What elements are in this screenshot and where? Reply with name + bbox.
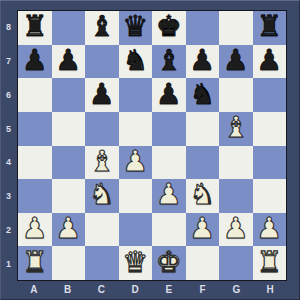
square-b5[interactable] <box>52 112 86 146</box>
square-c2[interactable] <box>85 213 119 247</box>
square-d8[interactable]: ♛ <box>119 11 153 45</box>
rank-label-2: 2 <box>0 213 17 247</box>
square-a4[interactable] <box>18 146 52 180</box>
rank-label-6: 6 <box>0 78 17 112</box>
chess-board: ♜♝♛♚♜♟♟♞♝♟♟♟♟♟♞♝♝♟♞♟♞♟♟♟♟♟♜♛♚♜ <box>17 10 287 281</box>
white-pawn-piece: ♟ <box>156 180 182 209</box>
black-pawn-piece: ♟ <box>55 46 81 75</box>
square-b3[interactable] <box>52 179 86 213</box>
white-queen-piece: ♛ <box>122 248 148 277</box>
square-g5[interactable]: ♝ <box>219 112 253 146</box>
square-b7[interactable]: ♟ <box>52 45 86 79</box>
square-f7[interactable]: ♟ <box>186 45 220 79</box>
square-e5[interactable] <box>152 112 186 146</box>
square-c7[interactable] <box>85 45 119 79</box>
rank-labels: 87654321 <box>0 10 17 281</box>
white-pawn-piece: ♟ <box>55 214 81 243</box>
square-g2[interactable]: ♟ <box>219 213 253 247</box>
black-pawn-piece: ♟ <box>22 46 48 75</box>
black-pawn-piece: ♟ <box>256 46 282 75</box>
white-pawn-piece: ♟ <box>189 214 215 243</box>
rank-label-3: 3 <box>0 179 17 213</box>
chess-board-frame: ♜♝♛♚♜♟♟♞♝♟♟♟♟♟♞♝♝♟♞♟♞♟♟♟♟♟♜♛♚♜ 87654321 … <box>0 0 300 300</box>
square-g3[interactable] <box>219 179 253 213</box>
square-e1[interactable]: ♚ <box>152 246 186 280</box>
square-b1[interactable] <box>52 246 86 280</box>
black-pawn-piece: ♟ <box>156 80 182 109</box>
square-f6[interactable]: ♞ <box>186 78 220 112</box>
square-e2[interactable] <box>152 213 186 247</box>
square-e4[interactable] <box>152 146 186 180</box>
square-h7[interactable]: ♟ <box>253 45 287 79</box>
square-a7[interactable]: ♟ <box>18 45 52 79</box>
square-f2[interactable]: ♟ <box>186 213 220 247</box>
square-e7[interactable]: ♝ <box>152 45 186 79</box>
square-f3[interactable]: ♞ <box>186 179 220 213</box>
square-e6[interactable]: ♟ <box>152 78 186 112</box>
white-bishop-piece: ♝ <box>89 147 115 176</box>
square-a2[interactable]: ♟ <box>18 213 52 247</box>
square-g7[interactable]: ♟ <box>219 45 253 79</box>
square-b8[interactable] <box>52 11 86 45</box>
square-d3[interactable] <box>119 179 153 213</box>
black-queen-piece: ♛ <box>122 12 148 41</box>
rank-label-1: 1 <box>0 247 17 281</box>
black-pawn-piece: ♟ <box>89 80 115 109</box>
white-king-piece: ♚ <box>156 248 182 277</box>
file-label-b: B <box>51 281 85 300</box>
black-knight-piece: ♞ <box>189 80 215 109</box>
white-pawn-piece: ♟ <box>223 214 249 243</box>
square-c3[interactable]: ♞ <box>85 179 119 213</box>
file-label-d: D <box>118 281 152 300</box>
black-knight-piece: ♞ <box>122 46 148 75</box>
white-rook-piece: ♜ <box>22 248 48 277</box>
file-labels: ABCDEFGH <box>17 281 287 300</box>
white-knight-piece: ♞ <box>189 180 215 209</box>
square-d1[interactable]: ♛ <box>119 246 153 280</box>
square-a6[interactable] <box>18 78 52 112</box>
square-h5[interactable] <box>253 112 287 146</box>
black-king-piece: ♚ <box>156 12 182 41</box>
square-e8[interactable]: ♚ <box>152 11 186 45</box>
rank-label-8: 8 <box>0 10 17 44</box>
square-g8[interactable] <box>219 11 253 45</box>
rank-label-7: 7 <box>0 44 17 78</box>
square-g1[interactable] <box>219 246 253 280</box>
white-pawn-piece: ♟ <box>22 214 48 243</box>
file-label-g: G <box>220 281 254 300</box>
square-h2[interactable]: ♟ <box>253 213 287 247</box>
white-bishop-piece: ♝ <box>223 113 249 142</box>
square-h6[interactable] <box>253 78 287 112</box>
square-c5[interactable] <box>85 112 119 146</box>
square-f4[interactable] <box>186 146 220 180</box>
white-pawn-piece: ♟ <box>122 147 148 176</box>
square-c1[interactable] <box>85 246 119 280</box>
white-pawn-piece: ♟ <box>256 214 282 243</box>
square-d2[interactable] <box>119 213 153 247</box>
square-h1[interactable]: ♜ <box>253 246 287 280</box>
square-d5[interactable] <box>119 112 153 146</box>
square-a1[interactable]: ♜ <box>18 246 52 280</box>
file-label-c: C <box>85 281 119 300</box>
rank-label-5: 5 <box>0 112 17 146</box>
black-pawn-piece: ♟ <box>223 46 249 75</box>
black-rook-piece: ♜ <box>256 12 282 41</box>
file-label-h: H <box>253 281 287 300</box>
black-bishop-piece: ♝ <box>156 46 182 75</box>
square-b4[interactable] <box>52 146 86 180</box>
black-bishop-piece: ♝ <box>89 12 115 41</box>
square-h8[interactable]: ♜ <box>253 11 287 45</box>
rank-label-4: 4 <box>0 146 17 180</box>
square-d4[interactable]: ♟ <box>119 146 153 180</box>
square-f8[interactable] <box>186 11 220 45</box>
file-label-f: F <box>186 281 220 300</box>
square-h4[interactable] <box>253 146 287 180</box>
square-b2[interactable]: ♟ <box>52 213 86 247</box>
file-label-a: A <box>17 281 51 300</box>
square-a3[interactable] <box>18 179 52 213</box>
square-f5[interactable] <box>186 112 220 146</box>
square-e3[interactable]: ♟ <box>152 179 186 213</box>
square-d6[interactable] <box>119 78 153 112</box>
square-c4[interactable]: ♝ <box>85 146 119 180</box>
square-c6[interactable]: ♟ <box>85 78 119 112</box>
black-pawn-piece: ♟ <box>189 46 215 75</box>
white-rook-piece: ♜ <box>256 248 282 277</box>
square-b6[interactable] <box>52 78 86 112</box>
square-d7[interactable]: ♞ <box>119 45 153 79</box>
file-label-e: E <box>152 281 186 300</box>
square-g6[interactable] <box>219 78 253 112</box>
square-f1[interactable] <box>186 246 220 280</box>
square-a5[interactable] <box>18 112 52 146</box>
square-c8[interactable]: ♝ <box>85 11 119 45</box>
white-knight-piece: ♞ <box>89 180 115 209</box>
square-g4[interactable] <box>219 146 253 180</box>
black-rook-piece: ♜ <box>22 12 48 41</box>
square-h3[interactable] <box>253 179 287 213</box>
square-a8[interactable]: ♜ <box>18 11 52 45</box>
